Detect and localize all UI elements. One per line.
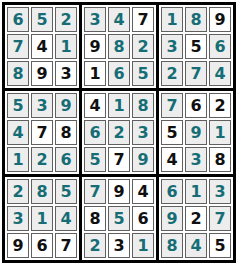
cell-r1c7[interactable]: 1 <box>161 7 183 32</box>
cell-r4c3[interactable]: 9 <box>55 93 77 118</box>
cell-r5c6[interactable]: 3 <box>132 120 154 145</box>
cell-r4c5[interactable]: 1 <box>108 93 130 118</box>
cell-r3c6[interactable]: 5 <box>132 61 154 86</box>
cell-r6c3[interactable]: 6 <box>55 147 77 172</box>
cell-r9c9[interactable]: 5 <box>209 233 231 258</box>
box-3: 189356274 <box>159 5 233 88</box>
cell-r1c2[interactable]: 5 <box>31 7 53 32</box>
box-2: 347982165 <box>82 5 156 88</box>
cell-r8c6[interactable]: 6 <box>132 206 154 231</box>
cell-r8c4[interactable]: 8 <box>84 206 106 231</box>
cell-r4c4[interactable]: 4 <box>84 93 106 118</box>
cell-r1c3[interactable]: 2 <box>55 7 77 32</box>
cell-r7c8[interactable]: 1 <box>185 179 207 204</box>
cell-r6c9[interactable]: 8 <box>209 147 231 172</box>
cell-r3c4[interactable]: 1 <box>84 61 106 86</box>
cell-r2c3[interactable]: 1 <box>55 34 77 59</box>
cell-r9c5[interactable]: 3 <box>108 233 130 258</box>
cell-r1c9[interactable]: 9 <box>209 7 231 32</box>
cell-r6c2[interactable]: 2 <box>31 147 53 172</box>
cell-r4c7[interactable]: 7 <box>161 93 183 118</box>
cell-r8c9[interactable]: 7 <box>209 206 231 231</box>
cell-r3c5[interactable]: 6 <box>108 61 130 86</box>
cell-r3c1[interactable]: 8 <box>7 61 29 86</box>
cell-r5c2[interactable]: 7 <box>31 120 53 145</box>
cell-r9c3[interactable]: 7 <box>55 233 77 258</box>
cell-r6c1[interactable]: 1 <box>7 147 29 172</box>
cell-r6c6[interactable]: 9 <box>132 147 154 172</box>
cell-r2c9[interactable]: 6 <box>209 34 231 59</box>
box-7: 285314967 <box>5 177 79 260</box>
cell-r1c4[interactable]: 3 <box>84 7 106 32</box>
cell-r6c5[interactable]: 7 <box>108 147 130 172</box>
cell-r4c6[interactable]: 8 <box>132 93 154 118</box>
cell-r7c6[interactable]: 4 <box>132 179 154 204</box>
cell-r7c9[interactable]: 3 <box>209 179 231 204</box>
box-1: 652741893 <box>5 5 79 88</box>
cell-r5c9[interactable]: 1 <box>209 120 231 145</box>
cell-r2c5[interactable]: 8 <box>108 34 130 59</box>
cell-r1c1[interactable]: 6 <box>7 7 29 32</box>
cell-r8c1[interactable]: 3 <box>7 206 29 231</box>
cell-r9c6[interactable]: 1 <box>132 233 154 258</box>
cell-r2c4[interactable]: 9 <box>84 34 106 59</box>
cell-r9c2[interactable]: 6 <box>31 233 53 258</box>
cell-r8c7[interactable]: 9 <box>161 206 183 231</box>
cell-r9c7[interactable]: 8 <box>161 233 183 258</box>
cell-r5c1[interactable]: 4 <box>7 120 29 145</box>
cell-r7c2[interactable]: 8 <box>31 179 53 204</box>
cell-r8c3[interactable]: 4 <box>55 206 77 231</box>
cell-r9c1[interactable]: 9 <box>7 233 29 258</box>
cell-r3c2[interactable]: 9 <box>31 61 53 86</box>
cell-r1c5[interactable]: 4 <box>108 7 130 32</box>
cell-r2c2[interactable]: 4 <box>31 34 53 59</box>
cell-r1c6[interactable]: 7 <box>132 7 154 32</box>
cell-r7c4[interactable]: 7 <box>84 179 106 204</box>
box-6: 762591438 <box>159 91 233 174</box>
cell-r2c8[interactable]: 5 <box>185 34 207 59</box>
cell-r6c8[interactable]: 3 <box>185 147 207 172</box>
cell-r5c5[interactable]: 2 <box>108 120 130 145</box>
cell-r4c8[interactable]: 6 <box>185 93 207 118</box>
cell-r5c3[interactable]: 8 <box>55 120 77 145</box>
box-4: 539478126 <box>5 91 79 174</box>
cell-r2c7[interactable]: 3 <box>161 34 183 59</box>
cell-r5c8[interactable]: 9 <box>185 120 207 145</box>
box-5: 418623579 <box>82 91 156 174</box>
cell-r3c8[interactable]: 7 <box>185 61 207 86</box>
cell-r3c3[interactable]: 3 <box>55 61 77 86</box>
cell-r1c8[interactable]: 8 <box>185 7 207 32</box>
cell-r4c9[interactable]: 2 <box>209 93 231 118</box>
cell-r6c7[interactable]: 4 <box>161 147 183 172</box>
cell-r7c3[interactable]: 5 <box>55 179 77 204</box>
cell-r9c8[interactable]: 4 <box>185 233 207 258</box>
box-9: 613927845 <box>159 177 233 260</box>
cell-r8c2[interactable]: 1 <box>31 206 53 231</box>
sudoku-board: 6527418933479821651893562745394781264186… <box>2 2 236 263</box>
cell-r6c4[interactable]: 5 <box>84 147 106 172</box>
cell-r4c2[interactable]: 3 <box>31 93 53 118</box>
cell-r8c5[interactable]: 5 <box>108 206 130 231</box>
cell-r3c7[interactable]: 2 <box>161 61 183 86</box>
cell-r5c7[interactable]: 5 <box>161 120 183 145</box>
cell-r4c1[interactable]: 5 <box>7 93 29 118</box>
cell-r5c4[interactable]: 6 <box>84 120 106 145</box>
cell-r2c1[interactable]: 7 <box>7 34 29 59</box>
cell-r9c4[interactable]: 2 <box>84 233 106 258</box>
cell-r8c8[interactable]: 2 <box>185 206 207 231</box>
cell-r7c5[interactable]: 9 <box>108 179 130 204</box>
box-8: 794856231 <box>82 177 156 260</box>
cell-r2c6[interactable]: 2 <box>132 34 154 59</box>
cell-r7c7[interactable]: 6 <box>161 179 183 204</box>
cell-r3c9[interactable]: 4 <box>209 61 231 86</box>
cell-r7c1[interactable]: 2 <box>7 179 29 204</box>
